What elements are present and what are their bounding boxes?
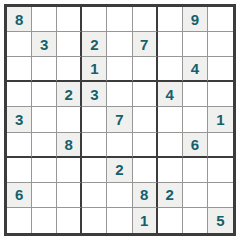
- cell-r2c1[interactable]: [7, 32, 32, 57]
- cell-r8c8[interactable]: [183, 183, 208, 208]
- cell-r8c9[interactable]: [208, 183, 233, 208]
- given-digit: 8: [65, 137, 73, 152]
- cell-r6c2[interactable]: [32, 133, 57, 158]
- cell-r5c7[interactable]: [158, 107, 183, 132]
- cell-r4c9[interactable]: [208, 82, 233, 107]
- cell-r9c2[interactable]: [32, 208, 57, 233]
- cell-r6c3[interactable]: 8: [57, 133, 82, 158]
- cell-r4c6[interactable]: [133, 82, 158, 107]
- cell-r3c5[interactable]: [107, 57, 132, 82]
- given-digit: 5: [216, 213, 224, 228]
- cell-r3c1[interactable]: [7, 57, 32, 82]
- cell-r2c9[interactable]: [208, 32, 233, 57]
- cell-r6c8[interactable]: 6: [183, 133, 208, 158]
- cell-r6c6[interactable]: [133, 133, 158, 158]
- given-digit: 3: [15, 112, 23, 127]
- cell-r2c8[interactable]: [183, 32, 208, 57]
- cell-r5c8[interactable]: [183, 107, 208, 132]
- cell-r4c7[interactable]: 4: [158, 82, 183, 107]
- cell-r3c6[interactable]: [133, 57, 158, 82]
- cell-r8c4[interactable]: [82, 183, 107, 208]
- given-digit: 4: [166, 87, 174, 102]
- cell-r1c4[interactable]: [82, 7, 107, 32]
- cell-r7c5[interactable]: 2: [107, 158, 132, 183]
- cell-r3c9[interactable]: [208, 57, 233, 82]
- cell-r1c5[interactable]: [107, 7, 132, 32]
- cell-r7c4[interactable]: [82, 158, 107, 183]
- cell-r9c1[interactable]: [7, 208, 32, 233]
- cell-r5c9[interactable]: 1: [208, 107, 233, 132]
- given-digit: 1: [90, 61, 98, 76]
- cell-r1c3[interactable]: [57, 7, 82, 32]
- cell-r8c1[interactable]: 6: [7, 183, 32, 208]
- cell-r7c6[interactable]: [133, 158, 158, 183]
- cell-r2c6[interactable]: 7: [133, 32, 158, 57]
- cell-r3c7[interactable]: [158, 57, 183, 82]
- cell-r5c3[interactable]: [57, 107, 82, 132]
- cell-r7c7[interactable]: [158, 158, 183, 183]
- cell-r9c7[interactable]: [158, 208, 183, 233]
- cell-r7c9[interactable]: [208, 158, 233, 183]
- given-digit: 8: [140, 187, 148, 202]
- given-digit: 2: [90, 37, 98, 52]
- cell-r5c5[interactable]: 7: [107, 107, 132, 132]
- given-digit: 3: [40, 37, 48, 52]
- cell-r1c9[interactable]: [208, 7, 233, 32]
- given-digit: 7: [115, 112, 123, 127]
- given-digit: 6: [15, 187, 23, 202]
- cell-r9c6[interactable]: 1: [133, 208, 158, 233]
- cell-r9c3[interactable]: [57, 208, 82, 233]
- cell-r6c4[interactable]: [82, 133, 107, 158]
- cell-r8c3[interactable]: [57, 183, 82, 208]
- cell-r7c3[interactable]: [57, 158, 82, 183]
- cell-r6c9[interactable]: [208, 133, 233, 158]
- given-digit: 1: [216, 112, 224, 127]
- cell-r7c8[interactable]: [183, 158, 208, 183]
- cell-r9c8[interactable]: [183, 208, 208, 233]
- cell-r7c2[interactable]: [32, 158, 57, 183]
- given-digit: 4: [191, 61, 199, 76]
- sudoku-board-wrapper: 893271423437186268215: [0, 0, 240, 240]
- cell-r4c1[interactable]: [7, 82, 32, 107]
- cell-r9c4[interactable]: [82, 208, 107, 233]
- cell-r5c4[interactable]: [82, 107, 107, 132]
- cell-r5c6[interactable]: [133, 107, 158, 132]
- cell-r5c2[interactable]: [32, 107, 57, 132]
- given-digit: 9: [191, 12, 199, 27]
- cell-r6c5[interactable]: [107, 133, 132, 158]
- given-digit: 2: [115, 162, 123, 177]
- cell-r4c2[interactable]: [32, 82, 57, 107]
- cell-r5c1[interactable]: 3: [7, 107, 32, 132]
- cell-r1c8[interactable]: 9: [183, 7, 208, 32]
- given-digit: 7: [140, 37, 148, 52]
- cell-r2c4[interactable]: 2: [82, 32, 107, 57]
- cell-r1c1[interactable]: 8: [7, 7, 32, 32]
- sudoku-board: 893271423437186268215: [4, 4, 236, 236]
- cell-r8c6[interactable]: 8: [133, 183, 158, 208]
- given-digit: 8: [15, 12, 23, 27]
- cell-r4c4[interactable]: 3: [82, 82, 107, 107]
- cell-r9c9[interactable]: 5: [208, 208, 233, 233]
- given-digit: 1: [140, 213, 148, 228]
- cell-r8c7[interactable]: 2: [158, 183, 183, 208]
- cell-r3c2[interactable]: [32, 57, 57, 82]
- cell-r8c5[interactable]: [107, 183, 132, 208]
- cell-r9c5[interactable]: [107, 208, 132, 233]
- given-digit: 2: [65, 87, 73, 102]
- cell-r8c2[interactable]: [32, 183, 57, 208]
- cell-r3c8[interactable]: 4: [183, 57, 208, 82]
- cell-r4c3[interactable]: 2: [57, 82, 82, 107]
- cell-r2c5[interactable]: [107, 32, 132, 57]
- cell-r3c4[interactable]: 1: [82, 57, 107, 82]
- cell-r3c3[interactable]: [57, 57, 82, 82]
- cell-r6c7[interactable]: [158, 133, 183, 158]
- cell-r4c8[interactable]: [183, 82, 208, 107]
- cell-r1c7[interactable]: [158, 7, 183, 32]
- cell-r6c1[interactable]: [7, 133, 32, 158]
- given-digit: 3: [90, 87, 98, 102]
- cell-r2c3[interactable]: [57, 32, 82, 57]
- cell-r1c6[interactable]: [133, 7, 158, 32]
- cell-r2c2[interactable]: 3: [32, 32, 57, 57]
- given-digit: 2: [166, 187, 174, 202]
- cell-r4c5[interactable]: [107, 82, 132, 107]
- cell-r7c1[interactable]: [7, 158, 32, 183]
- given-digit: 6: [191, 137, 199, 152]
- cell-r2c7[interactable]: [158, 32, 183, 57]
- cell-r1c2[interactable]: [32, 7, 57, 32]
